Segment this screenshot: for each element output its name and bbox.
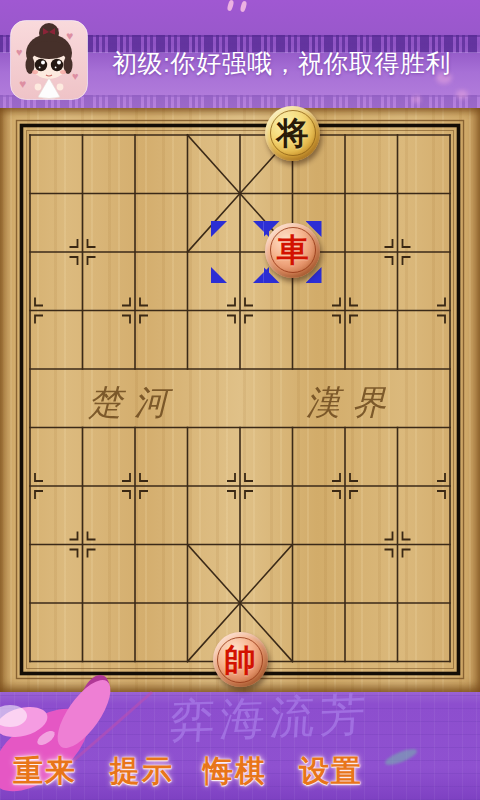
river-label-left: 楚河 xyxy=(88,382,180,422)
restart-button[interactable]: 重来 xyxy=(13,751,77,792)
petal-decoration xyxy=(456,90,468,99)
petal-decoration xyxy=(412,96,421,103)
undo-button[interactable]: 悔棋 xyxy=(203,751,267,792)
calligraphy-text: 弈海流芳 xyxy=(168,684,372,751)
settings-button[interactable]: 设置 xyxy=(299,751,363,792)
quote-mark-decoration xyxy=(240,1,248,13)
heart-icon: ♥ xyxy=(66,29,73,43)
river-label-right: 漢界 xyxy=(306,382,398,422)
hint-button[interactable]: 提示 xyxy=(110,751,174,792)
heart-icon: ♥ xyxy=(72,70,79,82)
quote-mark-decoration xyxy=(227,0,235,11)
heart-icon: ♥ xyxy=(16,46,23,58)
last-move-from-marker xyxy=(211,221,269,283)
avatar: ♥ ♥ ♥ ♥ ♥ xyxy=(10,20,88,100)
level-message: 初级:你好强哦，祝你取得胜利 xyxy=(112,47,451,80)
red-general[interactable]: 帥 xyxy=(213,632,268,687)
black-general[interactable]: 将 xyxy=(265,106,320,161)
red-chariot[interactable]: 車 xyxy=(265,223,320,278)
board-grid: 楚河 漢界 xyxy=(0,108,480,692)
xiangqi-board[interactable]: 楚河 漢界 将車帥 xyxy=(0,108,480,692)
app-screen: ♥ ♥ ♥ ♥ ♥ 初级:你好强哦，祝你取得胜利 xyxy=(0,0,480,800)
heart-icon: ♥ xyxy=(19,77,26,91)
